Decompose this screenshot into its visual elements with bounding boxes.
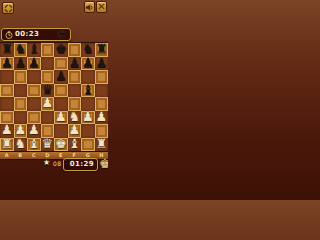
white-king-icon: ♚	[99, 156, 108, 171]
file-label-b: B	[14, 152, 28, 159]
square-a6[interactable]	[0, 70, 14, 84]
square-a7[interactable]: ♟	[0, 57, 14, 71]
piece-black-king: ♚	[54, 42, 68, 57]
piece-white-pawn: ♟	[0, 123, 14, 138]
piece-white-pawn: ♟	[54, 110, 68, 125]
game-screen: ✕ 00:23 ♚ ♜♞♝♚♞♜♟♟♟♟♟♟♟♛♝♟♟♞♟♟♟♟♟♟♜♞♝♛♚♝…	[0, 0, 108, 200]
piece-black-rook: ♜	[95, 42, 109, 57]
square-h8[interactable]: ♜	[95, 43, 109, 57]
square-e8[interactable]: ♚	[54, 43, 68, 57]
chess-board: ♜♞♝♚♞♜♟♟♟♟♟♟♟♛♝♟♟♞♟♟♟♟♟♟♜♞♝♛♚♝♜	[0, 42, 108, 151]
square-h3[interactable]: ♟	[95, 111, 109, 125]
piece-white-bishop: ♝	[27, 137, 41, 152]
piece-black-pawn: ♟	[27, 56, 41, 71]
square-f1[interactable]: ♝	[68, 138, 82, 152]
piece-black-knight: ♞	[14, 42, 28, 57]
square-f2[interactable]: ♟	[68, 124, 82, 138]
square-e7[interactable]	[54, 57, 68, 71]
square-f8[interactable]	[68, 43, 82, 57]
piece-black-pawn: ♟	[0, 56, 14, 71]
square-c5[interactable]	[27, 84, 41, 98]
square-d4[interactable]: ♟	[41, 97, 55, 111]
square-c7[interactable]: ♟	[27, 57, 41, 71]
piece-white-rook: ♜	[0, 137, 14, 152]
square-b6[interactable]	[14, 70, 28, 84]
piece-white-bishop: ♝	[68, 137, 82, 152]
black-king-icon: ♚	[57, 29, 67, 40]
square-c2[interactable]: ♟	[27, 124, 41, 138]
square-g6[interactable]	[81, 70, 95, 84]
square-b7[interactable]: ♟	[14, 57, 28, 71]
close-button[interactable]: ✕	[96, 1, 107, 13]
square-e6[interactable]: ♟	[54, 70, 68, 84]
square-h6[interactable]	[95, 70, 109, 84]
square-f5[interactable]	[68, 84, 82, 98]
piece-black-knight: ♞	[81, 42, 95, 57]
piece-white-pawn: ♟	[14, 123, 28, 138]
piece-black-pawn: ♟	[54, 69, 68, 84]
square-e3[interactable]: ♟	[54, 111, 68, 125]
move-counter: 08	[53, 159, 62, 168]
square-g3[interactable]: ♟	[81, 111, 95, 125]
square-d2[interactable]	[41, 124, 55, 138]
square-a5[interactable]	[0, 84, 14, 98]
square-a3[interactable]	[0, 111, 14, 125]
piece-white-king: ♚	[54, 137, 68, 152]
square-c1[interactable]: ♝	[27, 138, 41, 152]
speaker-icon	[85, 3, 94, 12]
file-label-c: C	[27, 152, 41, 159]
file-label-a: A	[0, 152, 14, 159]
square-h7[interactable]: ♟	[95, 57, 109, 71]
piece-black-bishop: ♝	[27, 42, 41, 57]
piece-white-queen: ♛	[41, 137, 55, 152]
square-d7[interactable]	[41, 57, 55, 71]
piece-black-pawn: ♟	[68, 56, 82, 71]
square-a4[interactable]	[0, 97, 14, 111]
square-g4[interactable]	[81, 97, 95, 111]
square-a1[interactable]: ♜	[0, 138, 14, 152]
square-d6[interactable]	[41, 70, 55, 84]
square-g1[interactable]	[81, 138, 95, 152]
square-c8[interactable]: ♝	[27, 43, 41, 57]
fullscreen-button[interactable]	[2, 2, 14, 14]
square-g7[interactable]: ♟	[81, 57, 95, 71]
square-e2[interactable]	[54, 124, 68, 138]
piece-white-knight: ♞	[68, 110, 82, 125]
square-b4[interactable]	[14, 97, 28, 111]
black-clock-time: 00:23	[15, 29, 39, 40]
piece-white-knight: ♞	[14, 137, 28, 152]
square-b8[interactable]: ♞	[14, 43, 28, 57]
piece-black-pawn: ♟	[95, 56, 109, 71]
black-clock: 00:23 ♚	[1, 28, 71, 41]
square-d8[interactable]	[41, 43, 55, 57]
square-a8[interactable]: ♜	[0, 43, 14, 57]
star-icon[interactable]: ★	[43, 158, 50, 168]
piece-black-pawn: ♟	[81, 56, 95, 71]
piece-black-rook: ♜	[0, 42, 14, 57]
square-g8[interactable]: ♞	[81, 43, 95, 57]
square-h1[interactable]: ♜	[95, 138, 109, 152]
piece-white-pawn: ♟	[81, 110, 95, 125]
square-b3[interactable]	[14, 111, 28, 125]
piece-black-bishop: ♝	[81, 83, 95, 98]
white-clock-time: 01:29	[70, 159, 94, 170]
piece-black-queen: ♛	[41, 83, 55, 98]
square-e4[interactable]	[54, 97, 68, 111]
piece-white-rook: ♜	[95, 137, 109, 152]
square-e5[interactable]	[54, 84, 68, 98]
square-d5[interactable]: ♛	[41, 84, 55, 98]
expand-arrows-icon	[4, 4, 13, 13]
square-a2[interactable]: ♟	[0, 124, 14, 138]
square-d1[interactable]: ♛	[41, 138, 55, 152]
square-c3[interactable]	[27, 111, 41, 125]
sound-button[interactable]	[84, 1, 95, 13]
piece-white-pawn: ♟	[68, 123, 82, 138]
square-g2[interactable]	[81, 124, 95, 138]
square-e1[interactable]: ♚	[54, 138, 68, 152]
piece-white-pawn: ♟	[95, 110, 109, 125]
square-c4[interactable]	[27, 97, 41, 111]
square-b5[interactable]	[14, 84, 28, 98]
clock-icon	[5, 31, 13, 39]
square-d3[interactable]	[41, 111, 55, 125]
square-h2[interactable]	[95, 124, 109, 138]
square-f6[interactable]	[68, 70, 82, 84]
square-h4[interactable]	[95, 97, 109, 111]
square-f4[interactable]	[68, 97, 82, 111]
square-c6[interactable]	[27, 70, 41, 84]
square-g5[interactable]: ♝	[81, 84, 95, 98]
clock-icon	[67, 161, 68, 169]
white-clock: 01:29	[63, 158, 98, 171]
square-b1[interactable]: ♞	[14, 138, 28, 152]
square-b2[interactable]: ♟	[14, 124, 28, 138]
piece-white-pawn: ♟	[41, 96, 55, 111]
piece-white-pawn: ♟	[27, 123, 41, 138]
piece-black-pawn: ♟	[14, 56, 28, 71]
square-f3[interactable]: ♞	[68, 111, 82, 125]
close-icon: ✕	[97, 2, 105, 12]
square-f7[interactable]: ♟	[68, 57, 82, 71]
square-h5[interactable]	[95, 84, 109, 98]
